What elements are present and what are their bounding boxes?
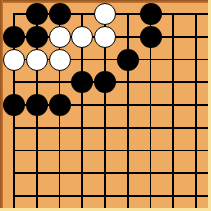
grid-line-horizontal — [13, 195, 208, 197]
white-stone — [49, 49, 71, 71]
grid-line-vertical — [172, 13, 174, 208]
black-stone — [94, 71, 116, 93]
white-stone — [71, 26, 93, 48]
grid-line-horizontal — [13, 172, 208, 174]
white-stone — [94, 3, 116, 25]
black-stone — [3, 94, 25, 116]
black-stone — [49, 3, 71, 25]
black-stone — [71, 71, 93, 93]
white-stone — [49, 26, 71, 48]
crop-edge-bottom — [0, 208, 211, 211]
black-stone — [26, 94, 48, 116]
black-stone — [26, 3, 48, 25]
grid-line-vertical — [195, 13, 197, 208]
grid-line-horizontal — [13, 127, 208, 129]
black-stone — [26, 26, 48, 48]
black-stone — [140, 3, 162, 25]
grid-line-vertical — [127, 13, 129, 208]
black-stone — [3, 26, 25, 48]
crop-edge-right — [208, 0, 211, 211]
white-stone — [94, 26, 116, 48]
black-stone — [140, 26, 162, 48]
white-stone — [26, 49, 48, 71]
black-stone — [117, 49, 139, 71]
white-stone — [3, 49, 25, 71]
grid-line-horizontal — [13, 150, 208, 152]
black-stone — [49, 94, 71, 116]
go-board[interactable] — [0, 0, 211, 211]
